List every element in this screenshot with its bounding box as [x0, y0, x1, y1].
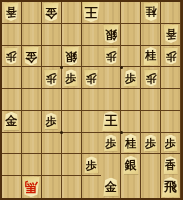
piece-pawn-sente[interactable]: 歩 [104, 135, 118, 152]
piece-pawn-gote[interactable]: 歩 [144, 69, 158, 86]
board-cell[interactable] [62, 176, 82, 198]
piece-lance-gote[interactable]: 香 [4, 3, 19, 21]
board-cell[interactable] [42, 24, 62, 46]
board-cell[interactable] [42, 46, 62, 68]
piece-silver-gote[interactable]: 銀 [103, 25, 119, 44]
board-cell[interactable]: 歩 [82, 67, 102, 89]
board-cell[interactable] [161, 67, 181, 89]
board-cell[interactable]: 銀 [121, 154, 141, 176]
star-point [60, 66, 63, 69]
board-cell[interactable] [82, 46, 102, 68]
piece-king-gote[interactable]: 王 [82, 2, 100, 22]
board-cell[interactable] [82, 89, 102, 111]
board-cell[interactable] [42, 154, 62, 176]
star-point [120, 131, 123, 134]
piece-gold-sente[interactable]: 金 [103, 178, 119, 197]
piece-pawn-sente[interactable]: 歩 [44, 113, 58, 130]
board-cell[interactable] [121, 111, 141, 133]
board-cell[interactable]: 金 [101, 176, 121, 198]
board-cell[interactable] [2, 176, 22, 198]
piece-pawn-sente[interactable]: 歩 [144, 135, 158, 152]
board-cell[interactable] [22, 89, 42, 111]
board-cell[interactable] [22, 111, 42, 133]
board-cell[interactable] [161, 111, 181, 133]
board-cell[interactable] [2, 67, 22, 89]
board-cell[interactable]: 香 [161, 24, 181, 46]
piece-pawn-gote[interactable]: 歩 [164, 47, 178, 64]
board-cell[interactable] [161, 89, 181, 111]
board-cell[interactable] [2, 89, 22, 111]
board-cell[interactable]: 馬 [22, 176, 42, 198]
board-cell[interactable] [82, 24, 102, 46]
board-cell[interactable]: 歩 [161, 133, 181, 155]
board-cell[interactable]: 歩 [141, 67, 161, 89]
board-cell[interactable] [121, 89, 141, 111]
piece-gold-sente[interactable]: 金 [3, 112, 19, 131]
board-cell[interactable]: 香 [2, 2, 22, 24]
piece-pawn-sente[interactable]: 歩 [124, 69, 138, 86]
piece-gold-gote[interactable]: 金 [23, 46, 39, 65]
board-cell[interactable]: 桂 [121, 133, 141, 155]
board-cell[interactable] [62, 111, 82, 133]
piece-knight-sente[interactable]: 桂 [123, 134, 138, 152]
board-cell[interactable] [101, 89, 121, 111]
piece-king-sente[interactable]: 王 [102, 111, 120, 131]
board-cell[interactable] [121, 24, 141, 46]
board-cell[interactable] [22, 2, 42, 24]
piece-pawn-gote[interactable]: 歩 [4, 47, 18, 64]
board-cell[interactable] [141, 154, 161, 176]
board-cell[interactable] [42, 89, 62, 111]
board-cell[interactable]: 銀 [101, 24, 121, 46]
piece-pawn-sente[interactable]: 歩 [164, 135, 178, 152]
board-cell[interactable] [121, 176, 141, 198]
board-cell[interactable]: 歩 [42, 67, 62, 89]
board-cell[interactable] [2, 154, 22, 176]
piece-lance-gote[interactable]: 香 [163, 25, 178, 43]
board-cell[interactable]: 歩 [62, 67, 82, 89]
board-cell[interactable]: 歩 [161, 46, 181, 68]
piece-lance-sente[interactable]: 香 [163, 156, 178, 174]
board-cell[interactable] [22, 154, 42, 176]
board-cell[interactable] [62, 89, 82, 111]
board-cell[interactable] [22, 24, 42, 46]
piece-silver-sente[interactable]: 銀 [123, 156, 139, 175]
board-cell[interactable] [62, 154, 82, 176]
board-cell[interactable]: 桂 [141, 2, 161, 24]
piece-pawn-gote[interactable]: 歩 [104, 47, 118, 64]
piece-pawn-gote[interactable]: 歩 [44, 69, 58, 86]
board-cell[interactable] [82, 111, 102, 133]
board-cell[interactable] [22, 133, 42, 155]
board-cell[interactable]: 歩 [82, 154, 102, 176]
board-cell[interactable]: 歩 [101, 46, 121, 68]
piece-pawn-gote[interactable]: 歩 [84, 69, 98, 86]
board-cell[interactable] [42, 176, 62, 198]
board-cell[interactable] [62, 2, 82, 24]
board-cell[interactable]: 銀 [62, 46, 82, 68]
board-cell[interactable] [121, 46, 141, 68]
board-cell[interactable] [141, 176, 161, 198]
board-cell[interactable]: 歩 [121, 67, 141, 89]
piece-gold-gote[interactable]: 金 [43, 3, 59, 22]
board-cell[interactable] [121, 2, 141, 24]
piece-pawn-sente[interactable]: 歩 [84, 156, 98, 173]
board-cell[interactable]: 桂 [141, 46, 161, 68]
board-cell[interactable] [42, 133, 62, 155]
board-cell[interactable] [141, 89, 161, 111]
board-cell[interactable] [82, 133, 102, 155]
board-cell[interactable] [22, 67, 42, 89]
board-cell[interactable]: 王 [82, 2, 102, 24]
piece-knight-gote[interactable]: 桂 [143, 3, 158, 21]
board-cell[interactable] [2, 133, 22, 155]
board-cell[interactable]: 歩 [42, 111, 62, 133]
star-point [120, 66, 123, 69]
piece-rook-sente[interactable]: 飛 [162, 177, 180, 197]
board-cell[interactable]: 歩 [101, 133, 121, 155]
board-cell[interactable]: 金 [42, 2, 62, 24]
piece-knight-sente[interactable]: 桂 [143, 47, 158, 65]
board-cell[interactable] [101, 67, 121, 89]
board-cell[interactable]: 飛 [161, 176, 181, 198]
board-cell[interactable]: 歩 [2, 46, 22, 68]
piece-pawn-sente[interactable]: 歩 [64, 69, 78, 86]
board-cell[interactable] [101, 2, 121, 24]
board-cell[interactable]: 香 [161, 154, 181, 176]
board-cell[interactable] [2, 24, 22, 46]
board-cell[interactable] [161, 2, 181, 24]
piece-promoted-bishop-gote[interactable]: 馬 [22, 177, 40, 197]
board-cell[interactable] [82, 176, 102, 198]
board-cell[interactable]: 金 [22, 46, 42, 68]
board-cell[interactable]: 歩 [141, 133, 161, 155]
board-cell[interactable] [101, 154, 121, 176]
piece-silver-gote[interactable]: 銀 [63, 46, 79, 65]
shogi-board: 香金王桂銀香歩金銀歩桂歩歩歩歩歩歩金歩王歩桂歩歩歩銀香馬金飛 [0, 0, 183, 200]
board-cell[interactable]: 金 [2, 111, 22, 133]
board-cell[interactable] [62, 133, 82, 155]
board-cell[interactable] [62, 24, 82, 46]
board-cell[interactable] [141, 111, 161, 133]
board-cell[interactable]: 王 [101, 111, 121, 133]
board-cell[interactable] [141, 24, 161, 46]
